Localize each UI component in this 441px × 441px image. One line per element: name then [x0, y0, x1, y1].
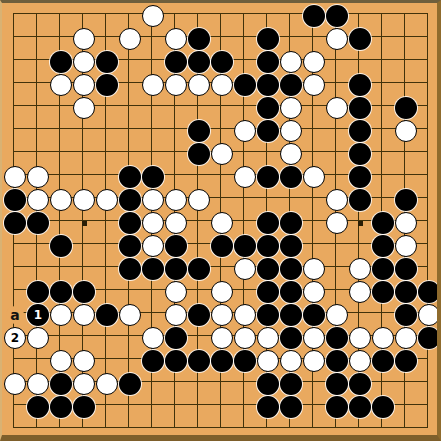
black-stone [326, 373, 348, 395]
point-label-a: a [6, 306, 24, 324]
white-stone [142, 74, 164, 96]
white-stone [303, 74, 325, 96]
white-stone [326, 28, 348, 50]
black-stone [257, 97, 279, 119]
white-stone [326, 212, 348, 234]
white-stone [188, 74, 210, 96]
white-stone-move-2: 2 [4, 327, 26, 349]
go-board: 12a [2, 3, 441, 441]
black-stone [303, 5, 325, 27]
black-stone [50, 51, 72, 73]
black-stone [280, 212, 302, 234]
black-stone [50, 235, 72, 257]
black-stone [395, 258, 417, 280]
white-stone [211, 327, 233, 349]
white-stone [280, 120, 302, 142]
white-stone [234, 120, 256, 142]
black-stone [211, 51, 233, 73]
black-stone [372, 258, 394, 280]
white-stone [395, 327, 417, 349]
black-stone [188, 120, 210, 142]
black-stone [257, 120, 279, 142]
black-stone [257, 212, 279, 234]
black-stone [280, 396, 302, 418]
white-stone [4, 166, 26, 188]
white-stone [165, 74, 187, 96]
white-stone [211, 304, 233, 326]
white-stone [165, 212, 187, 234]
black-stone [349, 74, 371, 96]
white-stone [234, 304, 256, 326]
black-stone [280, 373, 302, 395]
white-stone [73, 74, 95, 96]
white-stone [73, 97, 95, 119]
white-stone [27, 327, 49, 349]
white-stone [73, 350, 95, 372]
black-stone [4, 189, 26, 211]
black-stone [349, 189, 371, 211]
white-stone [349, 258, 371, 280]
star-point [358, 221, 363, 226]
black-stone [27, 396, 49, 418]
white-stone [280, 97, 302, 119]
black-stone [73, 396, 95, 418]
white-stone [349, 350, 371, 372]
black-stone [257, 258, 279, 280]
black-stone [349, 120, 371, 142]
black-stone [280, 74, 302, 96]
white-stone [395, 235, 417, 257]
white-stone [73, 28, 95, 50]
white-stone [349, 327, 371, 349]
white-stone [119, 304, 141, 326]
white-stone [50, 304, 72, 326]
white-stone [280, 143, 302, 165]
black-stone-move-1: 1 [27, 304, 49, 326]
black-stone [50, 281, 72, 303]
black-stone [280, 235, 302, 257]
black-stone [257, 373, 279, 395]
black-stone [303, 304, 325, 326]
black-stone [395, 304, 417, 326]
black-stone [372, 396, 394, 418]
black-stone [395, 350, 417, 372]
white-stone [73, 189, 95, 211]
white-stone [165, 304, 187, 326]
black-stone [280, 327, 302, 349]
black-stone [96, 51, 118, 73]
black-stone [4, 212, 26, 234]
black-stone [395, 97, 417, 119]
white-stone [73, 373, 95, 395]
black-stone [188, 51, 210, 73]
white-stone [188, 189, 210, 211]
white-stone [211, 212, 233, 234]
white-stone [395, 212, 417, 234]
black-stone [257, 28, 279, 50]
white-stone [280, 350, 302, 372]
white-stone [96, 373, 118, 395]
black-stone [142, 166, 164, 188]
black-stone [418, 327, 440, 349]
white-stone [211, 143, 233, 165]
black-stone [50, 396, 72, 418]
white-stone [395, 120, 417, 142]
black-stone [372, 350, 394, 372]
white-stone [50, 350, 72, 372]
white-stone [211, 74, 233, 96]
black-stone [418, 281, 440, 303]
black-stone [326, 350, 348, 372]
white-stone [142, 235, 164, 257]
white-stone [234, 258, 256, 280]
white-stone [303, 166, 325, 188]
black-stone [257, 74, 279, 96]
white-stone [50, 189, 72, 211]
black-stone [257, 304, 279, 326]
white-stone [165, 189, 187, 211]
black-stone [27, 281, 49, 303]
black-stone [326, 5, 348, 27]
white-stone [257, 327, 279, 349]
black-stone [280, 166, 302, 188]
white-stone [142, 5, 164, 27]
white-stone [27, 166, 49, 188]
white-stone [142, 189, 164, 211]
white-stone [234, 327, 256, 349]
black-stone [188, 350, 210, 372]
white-stone [326, 97, 348, 119]
black-stone [372, 212, 394, 234]
black-stone [326, 396, 348, 418]
white-stone [165, 281, 187, 303]
white-stone [142, 327, 164, 349]
black-stone [119, 258, 141, 280]
black-stone [349, 97, 371, 119]
black-stone [372, 281, 394, 303]
white-stone [4, 373, 26, 395]
black-stone [234, 235, 256, 257]
black-stone [349, 396, 371, 418]
black-stone [73, 281, 95, 303]
white-stone [73, 304, 95, 326]
black-stone [119, 373, 141, 395]
white-stone [50, 74, 72, 96]
black-stone [234, 74, 256, 96]
white-stone [303, 258, 325, 280]
black-stone [257, 166, 279, 188]
black-stone [188, 28, 210, 50]
black-stone [257, 235, 279, 257]
black-stone [349, 373, 371, 395]
black-stone [188, 143, 210, 165]
black-stone [349, 166, 371, 188]
black-stone [188, 258, 210, 280]
white-stone [303, 327, 325, 349]
black-stone [257, 281, 279, 303]
white-stone [303, 51, 325, 73]
black-stone [395, 189, 417, 211]
black-stone [27, 212, 49, 234]
black-stone [395, 281, 417, 303]
white-stone [234, 166, 256, 188]
white-stone [27, 373, 49, 395]
white-stone [96, 189, 118, 211]
black-stone [326, 327, 348, 349]
black-stone [165, 51, 187, 73]
black-stone [211, 350, 233, 372]
white-stone [303, 281, 325, 303]
white-stone [119, 28, 141, 50]
white-stone [303, 350, 325, 372]
black-stone [119, 189, 141, 211]
black-stone [96, 74, 118, 96]
black-stone [349, 28, 371, 50]
black-stone [234, 350, 256, 372]
white-stone [257, 350, 279, 372]
black-stone [280, 258, 302, 280]
black-stone [119, 235, 141, 257]
black-stone [142, 350, 164, 372]
black-stone [165, 258, 187, 280]
black-stone [188, 304, 210, 326]
black-stone [257, 396, 279, 418]
white-stone [27, 189, 49, 211]
white-stone [165, 28, 187, 50]
white-stone [326, 189, 348, 211]
white-stone [142, 212, 164, 234]
black-stone [372, 235, 394, 257]
star-point [82, 221, 87, 226]
white-stone [372, 327, 394, 349]
black-stone [280, 281, 302, 303]
black-stone [142, 258, 164, 280]
black-stone [165, 327, 187, 349]
white-stone [326, 304, 348, 326]
black-stone [119, 212, 141, 234]
black-stone [257, 51, 279, 73]
go-board-diagram: 12a [0, 0, 441, 441]
black-stone [165, 235, 187, 257]
white-stone [211, 281, 233, 303]
white-stone [349, 281, 371, 303]
black-stone [96, 304, 118, 326]
black-stone [349, 143, 371, 165]
black-stone [165, 350, 187, 372]
black-stone [211, 235, 233, 257]
black-stone [50, 373, 72, 395]
white-stone [280, 51, 302, 73]
white-stone [73, 51, 95, 73]
white-stone [418, 304, 440, 326]
black-stone [280, 304, 302, 326]
black-stone [119, 166, 141, 188]
